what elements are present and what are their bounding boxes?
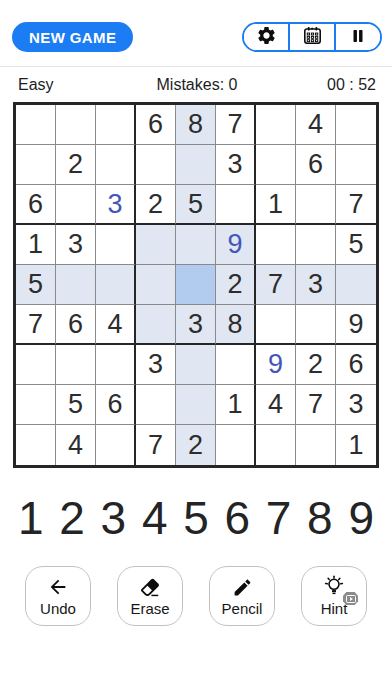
cell-r3c4[interactable]: 2	[136, 185, 176, 225]
undo-button[interactable]: Undo	[25, 566, 91, 626]
cell-r6c5[interactable]: 3	[176, 305, 216, 345]
cell-r1c9[interactable]	[336, 105, 376, 145]
cell-r7c6[interactable]	[216, 345, 256, 385]
cell-r6c9[interactable]: 9	[336, 305, 376, 345]
cell-r7c9[interactable]: 6	[336, 345, 376, 385]
cell-r8c6[interactable]: 1	[216, 385, 256, 425]
cell-r2c8[interactable]: 6	[296, 145, 336, 185]
cell-r4c8[interactable]	[296, 225, 336, 265]
cell-r5c5[interactable]	[176, 265, 216, 305]
cell-r2c1[interactable]	[16, 145, 56, 185]
cell-r5c7[interactable]: 7	[256, 265, 296, 305]
cell-r4c1[interactable]: 1	[16, 225, 56, 265]
cell-r5c1[interactable]: 5	[16, 265, 56, 305]
cell-r7c3[interactable]	[96, 345, 136, 385]
cell-r9c2[interactable]: 4	[56, 425, 96, 465]
number-pad: 123456789	[0, 490, 392, 546]
cell-r9c1[interactable]	[16, 425, 56, 465]
cell-r1c5[interactable]: 8	[176, 105, 216, 145]
cell-r7c5[interactable]	[176, 345, 216, 385]
sudoku-app: NEW GAME	[0, 0, 392, 696]
cell-r8c9[interactable]: 3	[336, 385, 376, 425]
cell-r4c5[interactable]	[176, 225, 216, 265]
cell-r6c4[interactable]	[136, 305, 176, 345]
lightbulb-icon	[322, 575, 346, 599]
cell-r3c3[interactable]: 3	[96, 185, 136, 225]
cell-r7c8[interactable]: 2	[296, 345, 336, 385]
numpad-7[interactable]: 7	[266, 490, 292, 546]
cell-r4c2[interactable]: 3	[56, 225, 96, 265]
cell-r2c4[interactable]	[136, 145, 176, 185]
cell-r7c1[interactable]	[16, 345, 56, 385]
cell-r3c7[interactable]: 1	[256, 185, 296, 225]
cell-r6c3[interactable]: 4	[96, 305, 136, 345]
undo-arrow-icon	[47, 575, 69, 599]
cell-r3c6[interactable]	[216, 185, 256, 225]
pause-icon	[349, 27, 367, 48]
erase-label: Erase	[130, 600, 169, 617]
cell-r4c4[interactable]	[136, 225, 176, 265]
cell-r6c8[interactable]	[296, 305, 336, 345]
numpad-9[interactable]: 9	[348, 490, 374, 546]
numpad-4[interactable]: 4	[142, 490, 168, 546]
tool-bar: Undo Erase Pencil	[0, 566, 392, 626]
cell-r2c5[interactable]	[176, 145, 216, 185]
cell-r7c2[interactable]	[56, 345, 96, 385]
hint-button[interactable]: Hint	[301, 566, 367, 626]
settings-button[interactable]	[244, 24, 288, 50]
timer-label: 00 : 52	[264, 76, 376, 94]
cell-r2c2[interactable]: 2	[56, 145, 96, 185]
cell-r9c9[interactable]: 1	[336, 425, 376, 465]
pause-button[interactable]	[336, 24, 380, 50]
cell-r1c6[interactable]: 7	[216, 105, 256, 145]
cell-r6c2[interactable]: 6	[56, 305, 96, 345]
cell-r9c7[interactable]	[256, 425, 296, 465]
erase-button[interactable]: Erase	[117, 566, 183, 626]
sudoku-board: 6874236632517139552737643893926561473472…	[13, 102, 379, 468]
pencil-icon	[232, 575, 253, 599]
cell-r8c8[interactable]: 7	[296, 385, 336, 425]
cell-r2c9[interactable]	[336, 145, 376, 185]
numpad-6[interactable]: 6	[224, 490, 250, 546]
top-toolbar: NEW GAME	[0, 0, 392, 52]
numpad-5[interactable]: 5	[183, 490, 209, 546]
cell-r3c9[interactable]: 7	[336, 185, 376, 225]
cell-r8c2[interactable]: 5	[56, 385, 96, 425]
numpad-3[interactable]: 3	[101, 490, 127, 546]
cell-r9c4[interactable]: 7	[136, 425, 176, 465]
cell-r1c7[interactable]	[256, 105, 296, 145]
video-ad-play-badge	[343, 592, 358, 605]
numpad-2[interactable]: 2	[59, 490, 85, 546]
cell-r4c6[interactable]: 9	[216, 225, 256, 265]
cell-r8c3[interactable]: 6	[96, 385, 136, 425]
cell-r1c8[interactable]: 4	[296, 105, 336, 145]
numpad-1[interactable]: 1	[18, 490, 44, 546]
cell-r9c8[interactable]	[296, 425, 336, 465]
cell-r4c7[interactable]	[256, 225, 296, 265]
cell-r1c4[interactable]: 6	[136, 105, 176, 145]
cell-r2c7[interactable]	[256, 145, 296, 185]
cell-r3c5[interactable]: 5	[176, 185, 216, 225]
cell-r2c3[interactable]	[96, 145, 136, 185]
cell-r3c8[interactable]	[296, 185, 336, 225]
cell-r4c3[interactable]	[96, 225, 136, 265]
cell-r6c7[interactable]	[256, 305, 296, 345]
cell-r5c8[interactable]: 3	[296, 265, 336, 305]
cell-r7c4[interactable]: 3	[136, 345, 176, 385]
cell-r8c4[interactable]	[136, 385, 176, 425]
cell-r8c7[interactable]: 4	[256, 385, 296, 425]
cell-r6c6[interactable]: 8	[216, 305, 256, 345]
mistakes-label: Mistakes: 0	[130, 76, 264, 94]
toolbar-button-group	[242, 22, 382, 52]
difficulty-label[interactable]: Easy	[18, 76, 130, 94]
cell-r9c5[interactable]: 2	[176, 425, 216, 465]
cell-r1c2[interactable]	[56, 105, 96, 145]
hint-label: Hint	[321, 600, 348, 617]
cell-r9c6[interactable]	[216, 425, 256, 465]
cell-r8c1[interactable]	[16, 385, 56, 425]
cell-r5c4[interactable]	[136, 265, 176, 305]
status-bar: Easy Mistakes: 0 00 : 52	[0, 66, 392, 102]
cell-r9c3[interactable]	[96, 425, 136, 465]
cell-r1c1[interactable]	[16, 105, 56, 145]
daily-challenge-button[interactable]	[290, 24, 334, 50]
cell-r4c9[interactable]: 5	[336, 225, 376, 265]
cell-r3c1[interactable]: 6	[16, 185, 56, 225]
cell-r6c1[interactable]: 7	[16, 305, 56, 345]
daily-challenge-calendar-icon	[302, 25, 323, 49]
new-game-button[interactable]: NEW GAME	[12, 22, 133, 52]
settings-gear-icon	[256, 25, 277, 49]
numpad-8[interactable]: 8	[307, 490, 333, 546]
cell-r7c7[interactable]: 9	[256, 345, 296, 385]
cell-r3c2[interactable]	[56, 185, 96, 225]
cell-r5c9[interactable]	[336, 265, 376, 305]
cell-r1c3[interactable]	[96, 105, 136, 145]
eraser-icon	[139, 575, 161, 599]
cell-r5c6[interactable]: 2	[216, 265, 256, 305]
pencil-button[interactable]: Pencil	[209, 566, 275, 626]
cell-r8c5[interactable]	[176, 385, 216, 425]
undo-label: Undo	[40, 600, 76, 617]
cell-r5c3[interactable]	[96, 265, 136, 305]
cell-r2c6[interactable]: 3	[216, 145, 256, 185]
pencil-label: Pencil	[222, 600, 263, 617]
cell-r5c2[interactable]	[56, 265, 96, 305]
